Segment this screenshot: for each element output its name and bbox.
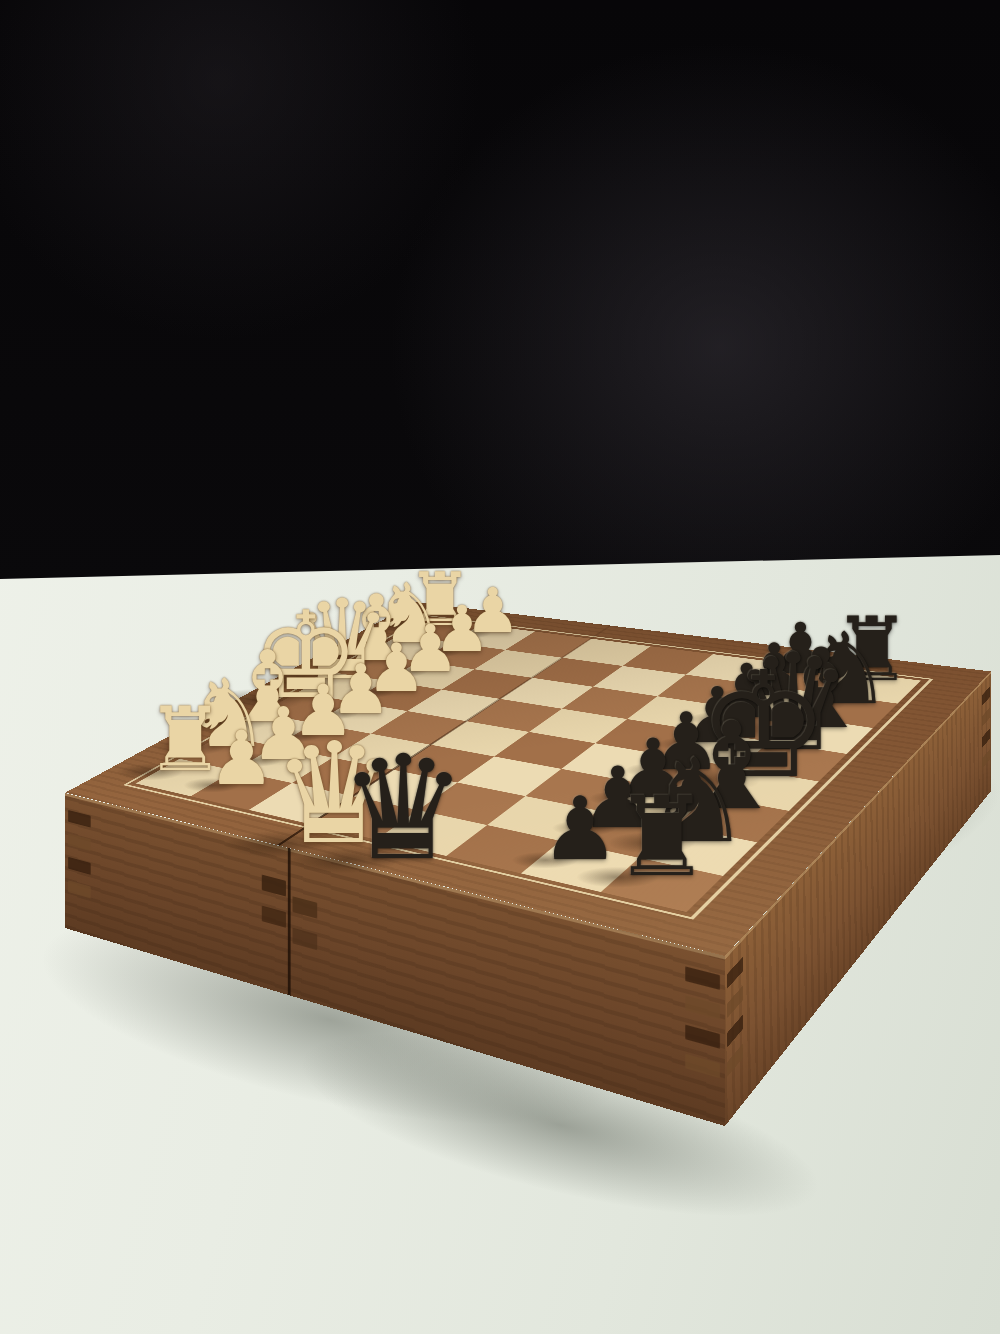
piece-black-rook-h8[interactable]: ♜ <box>613 783 712 893</box>
dovetail-joint <box>685 995 720 1019</box>
dovetail-joint <box>727 1043 743 1076</box>
dovetail-joint <box>982 707 990 727</box>
dovetail-joint <box>727 1015 743 1048</box>
piece-black-pawn-h7[interactable]: ♟ <box>541 786 619 873</box>
dovetail-joint <box>68 880 90 898</box>
dovetail-joint <box>293 896 318 918</box>
dovetail-joint <box>68 857 90 875</box>
piece-white-pawn-h2[interactable]: ♟ <box>208 721 275 796</box>
dovetail-joint <box>982 687 990 706</box>
dovetail-joint <box>685 1025 720 1049</box>
dovetail-joint <box>685 966 720 990</box>
dovetail-joint <box>982 728 990 748</box>
chess-photo-scene: ♜♞♝♛♚♝♞♜♟♟♟♟♟♟♟♟♟♟♟♟♟♟♟♟♜♞♝♛♚♝♞♜♛♛ <box>0 0 1000 1334</box>
dovetail-joint <box>727 957 743 989</box>
dovetail-joint <box>68 810 90 828</box>
dovetail-joint <box>982 749 990 769</box>
dovetail-joint <box>293 928 318 951</box>
dovetail-joint <box>727 986 743 1018</box>
dovetail-joint <box>262 906 286 928</box>
dovetail-joint <box>262 875 286 897</box>
piece-black-queen-frame-front-h5-spare[interactable]: ♛ <box>338 735 467 879</box>
dovetail-joint <box>68 833 90 851</box>
dovetail-joint <box>685 1054 720 1078</box>
